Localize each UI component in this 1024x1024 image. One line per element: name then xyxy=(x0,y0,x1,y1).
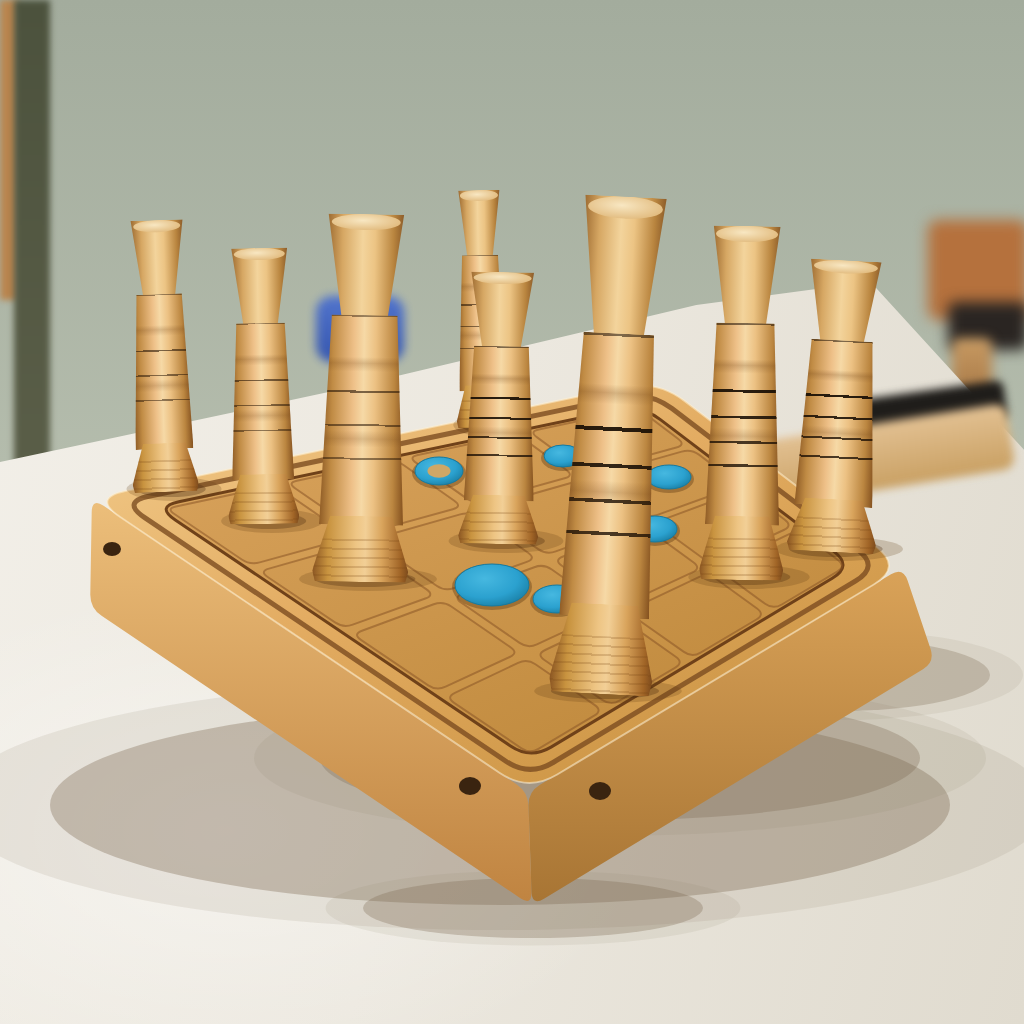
photo-scene xyxy=(0,0,1024,1024)
board-scene-svg xyxy=(0,0,1024,1024)
peg-contact-shadow xyxy=(232,513,306,529)
peg-storage-hole xyxy=(103,542,121,556)
blue-dot-marker xyxy=(644,465,694,493)
peg-contact-shadow xyxy=(460,417,515,433)
peg-storage-hole xyxy=(589,782,611,800)
peg-contact-shadow xyxy=(551,683,659,699)
blue-dot-marker xyxy=(541,445,585,471)
blue-dot-marker xyxy=(452,564,532,610)
peg-contact-shadow xyxy=(789,541,883,557)
peg-contact-shadow xyxy=(315,571,416,587)
blue-dot-marker xyxy=(630,516,680,546)
blue-dot-marker xyxy=(412,457,466,489)
blue-dot-marker xyxy=(530,585,584,617)
peg-contact-shadow xyxy=(136,481,206,497)
peg-contact-shadow xyxy=(461,533,545,549)
peg-storage-hole xyxy=(459,777,481,795)
game-board xyxy=(0,0,1024,1024)
peg-contact-shadow xyxy=(702,569,791,585)
